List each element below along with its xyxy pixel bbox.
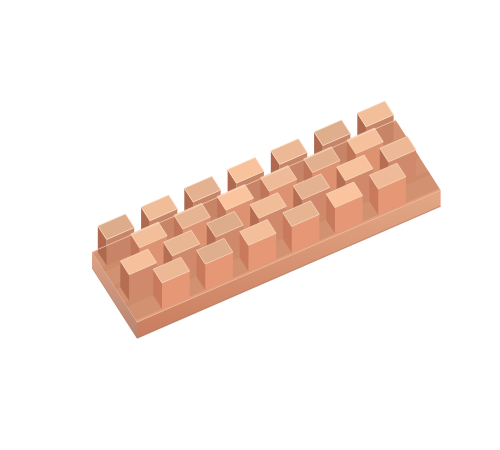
heatsink-model xyxy=(92,101,441,338)
photo-stage xyxy=(0,0,500,450)
copper-heatsink-photo xyxy=(0,0,500,450)
